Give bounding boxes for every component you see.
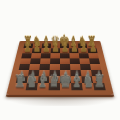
square-h7[interactable]: ♟ <box>87 48 97 53</box>
square-d8[interactable]: ♛ <box>51 44 60 49</box>
square-g7[interactable]: ♟ <box>78 48 88 53</box>
square-g6[interactable] <box>79 53 89 58</box>
piece-black-gold-rook[interactable]: ♜ <box>23 35 33 49</box>
piece-black-gold-pawn[interactable]: ♟ <box>42 42 50 53</box>
square-d7[interactable]: ♟ <box>51 48 60 53</box>
square-f7[interactable]: ♟ <box>69 48 79 53</box>
square-f8[interactable]: ♝ <box>69 44 78 49</box>
piece-black-gold-pawn[interactable]: ♟ <box>89 42 97 53</box>
chessboard: ♜♞♝♛♚♝♞♜♟♟♟♟♟♟♟♟♟♟♟♟♟♟♟♟♜♞♝♛♚♝♞♜ <box>6 41 114 95</box>
piece-black-gold-pawn[interactable]: ♟ <box>51 42 59 53</box>
square-a5[interactable] <box>20 58 31 64</box>
square-h1[interactable]: ♜ <box>93 83 106 90</box>
square-h8[interactable]: ♜ <box>87 44 97 49</box>
square-f6[interactable] <box>69 53 79 58</box>
square-b5[interactable] <box>30 58 41 64</box>
square-b8[interactable]: ♞ <box>33 44 43 49</box>
product-photo-stage: ♜♞♝♛♚♝♞♜♟♟♟♟♟♟♟♟♟♟♟♟♟♟♟♟♜♞♝♛♚♝♞♜ <box>0 0 120 120</box>
square-e5[interactable] <box>60 58 70 64</box>
square-f5[interactable] <box>70 58 80 64</box>
square-f1[interactable]: ♝ <box>71 83 83 90</box>
piece-black-gold-pawn[interactable]: ♟ <box>80 42 88 53</box>
piece-white-silver-queen[interactable]: ♛ <box>48 74 60 91</box>
piece-black-gold-knight[interactable]: ♞ <box>32 35 42 49</box>
square-a6[interactable] <box>21 53 32 58</box>
square-g5[interactable] <box>79 58 90 64</box>
piece-black-gold-pawn[interactable]: ♟ <box>23 42 31 53</box>
square-a7[interactable]: ♟ <box>22 48 32 53</box>
square-e8[interactable]: ♚ <box>60 44 69 49</box>
piece-black-gold-king[interactable]: ♚ <box>59 33 70 48</box>
piece-black-gold-knight[interactable]: ♞ <box>78 35 88 49</box>
chessboard-perspective-wrap: ♜♞♝♛♚♝♞♜♟♟♟♟♟♟♟♟♟♟♟♟♟♟♟♟♜♞♝♛♚♝♞♜ <box>14 18 106 110</box>
square-b7[interactable]: ♟ <box>32 48 42 53</box>
square-d1[interactable]: ♛ <box>49 83 60 90</box>
square-d5[interactable] <box>50 58 60 64</box>
square-c8[interactable]: ♝ <box>42 44 51 49</box>
square-e1[interactable]: ♚ <box>60 83 71 90</box>
square-b6[interactable] <box>31 53 41 58</box>
square-a8[interactable]: ♜ <box>23 44 33 49</box>
square-g8[interactable]: ♞ <box>78 44 88 49</box>
square-h6[interactable] <box>88 53 99 58</box>
square-d6[interactable] <box>50 53 60 58</box>
square-e7[interactable]: ♟ <box>60 48 69 53</box>
piece-black-gold-pawn[interactable]: ♟ <box>61 42 69 53</box>
piece-black-gold-bishop[interactable]: ♝ <box>42 35 52 49</box>
piece-black-gold-rook[interactable]: ♜ <box>87 35 97 49</box>
square-c7[interactable]: ♟ <box>41 48 51 53</box>
piece-black-gold-bishop[interactable]: ♝ <box>69 35 79 49</box>
piece-black-gold-pawn[interactable]: ♟ <box>70 42 78 53</box>
square-e6[interactable] <box>60 53 70 58</box>
square-c5[interactable] <box>40 58 50 64</box>
piece-black-gold-queen[interactable]: ♛ <box>51 35 61 49</box>
piece-black-gold-pawn[interactable]: ♟ <box>33 42 41 53</box>
square-g1[interactable]: ♞ <box>82 83 94 90</box>
square-h5[interactable] <box>89 58 100 64</box>
piece-white-silver-rook[interactable]: ♜ <box>94 74 106 91</box>
square-c6[interactable] <box>41 53 51 58</box>
